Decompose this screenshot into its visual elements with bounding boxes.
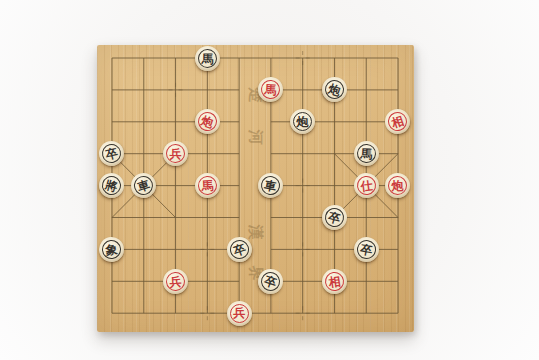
piece-character: 將 xyxy=(105,178,120,193)
piece-ring: 象 xyxy=(102,239,123,260)
piece-ring: 兵 xyxy=(166,144,185,163)
piece-red-兵: 兵 xyxy=(162,268,188,294)
piece-ring: 馬 xyxy=(356,144,376,164)
piece-black-卒: 卒 xyxy=(352,235,381,264)
piece-ring: 將 xyxy=(100,174,124,198)
piece-red-相: 相 xyxy=(382,106,414,138)
piece-ring: 卒 xyxy=(227,237,251,261)
piece-character: 相 xyxy=(328,274,342,288)
piece-character: 炮 xyxy=(200,114,215,129)
piece-character: 車 xyxy=(136,178,151,193)
piece-red-相: 相 xyxy=(320,267,348,295)
piece-red-馬: 馬 xyxy=(257,77,284,104)
piece-character: 馬 xyxy=(360,147,373,160)
piece-character: 馬 xyxy=(201,52,213,64)
piece-character: 兵 xyxy=(169,148,181,160)
piece-black-卒: 卒 xyxy=(223,234,255,266)
piece-black-象: 象 xyxy=(98,236,125,263)
piece-black-卒: 卒 xyxy=(97,139,127,169)
piece-character: 卒 xyxy=(359,242,373,256)
piece-black-卒: 卒 xyxy=(255,265,287,297)
piece-ring: 卒 xyxy=(323,206,346,229)
piece-red-炮: 炮 xyxy=(385,173,410,198)
piece-red-兵: 兵 xyxy=(163,141,188,166)
piece-red-炮: 炮 xyxy=(191,106,223,138)
piece-red-仕: 仕 xyxy=(352,171,380,199)
piece-character: 兵 xyxy=(233,307,245,319)
piece-character: 象 xyxy=(105,243,118,256)
piece-black-炮: 炮 xyxy=(290,109,315,134)
piece-ring: 卒 xyxy=(355,238,377,260)
piece-ring: 相 xyxy=(386,110,410,134)
piece-ring: 兵 xyxy=(230,304,249,323)
piece-character: 炮 xyxy=(327,82,342,97)
piece-red-兵: 兵 xyxy=(227,301,252,326)
piece-ring: 車 xyxy=(132,174,156,198)
piece-character: 卒 xyxy=(327,210,342,225)
piece-character: 車 xyxy=(264,179,278,193)
piece-character: 兵 xyxy=(169,275,182,288)
photo-backdrop: 楚河漢界 馬炮馬炮炮相卒兵馬將車馬車仕炮卒象卒卒兵卒相兵 2b1kp3/4r4/… xyxy=(0,0,539,360)
piece-character: 仕 xyxy=(359,179,373,193)
piece-ring: 卒 xyxy=(259,269,283,293)
piece-ring: 仕 xyxy=(355,175,376,196)
xiangqi-board: 楚河漢界 馬炮馬炮炮相卒兵馬將車馬車仕炮卒象卒卒兵卒相兵 xyxy=(97,45,414,332)
piece-ring: 炮 xyxy=(195,110,219,134)
piece-character: 卒 xyxy=(231,242,246,257)
piece-ring: 炮 xyxy=(388,176,407,195)
piece-black-馬: 馬 xyxy=(195,45,220,70)
piece-black-將: 將 xyxy=(97,170,128,201)
piece-ring: 相 xyxy=(324,271,345,292)
piece-character: 相 xyxy=(390,114,405,129)
piece-character: 馬 xyxy=(264,83,277,96)
piece-black-馬: 馬 xyxy=(353,141,379,167)
piece-black-車: 車 xyxy=(256,171,285,200)
piece-character: 卒 xyxy=(263,274,278,289)
piece-ring: 卒 xyxy=(101,142,124,165)
piece-ring: 炮 xyxy=(322,78,346,102)
piece-character: 馬 xyxy=(201,179,214,192)
piece-layer: 馬炮馬炮炮相卒兵馬將車馬車仕炮卒象卒卒兵卒相兵 xyxy=(96,42,414,329)
piece-character: 卒 xyxy=(105,146,119,160)
piece-black-炮: 炮 xyxy=(319,74,351,106)
piece-ring: 馬 xyxy=(261,80,281,100)
piece-black-卒: 卒 xyxy=(319,202,349,232)
piece-character: 炮 xyxy=(297,116,309,128)
piece-ring: 車 xyxy=(260,174,282,196)
piece-red-馬: 馬 xyxy=(194,172,220,198)
piece-ring: 馬 xyxy=(198,48,217,67)
piece-ring: 馬 xyxy=(197,176,217,196)
piece-ring: 兵 xyxy=(166,271,186,291)
piece-ring: 炮 xyxy=(293,112,312,131)
piece-black-車: 車 xyxy=(128,170,159,201)
piece-character: 炮 xyxy=(392,179,404,191)
